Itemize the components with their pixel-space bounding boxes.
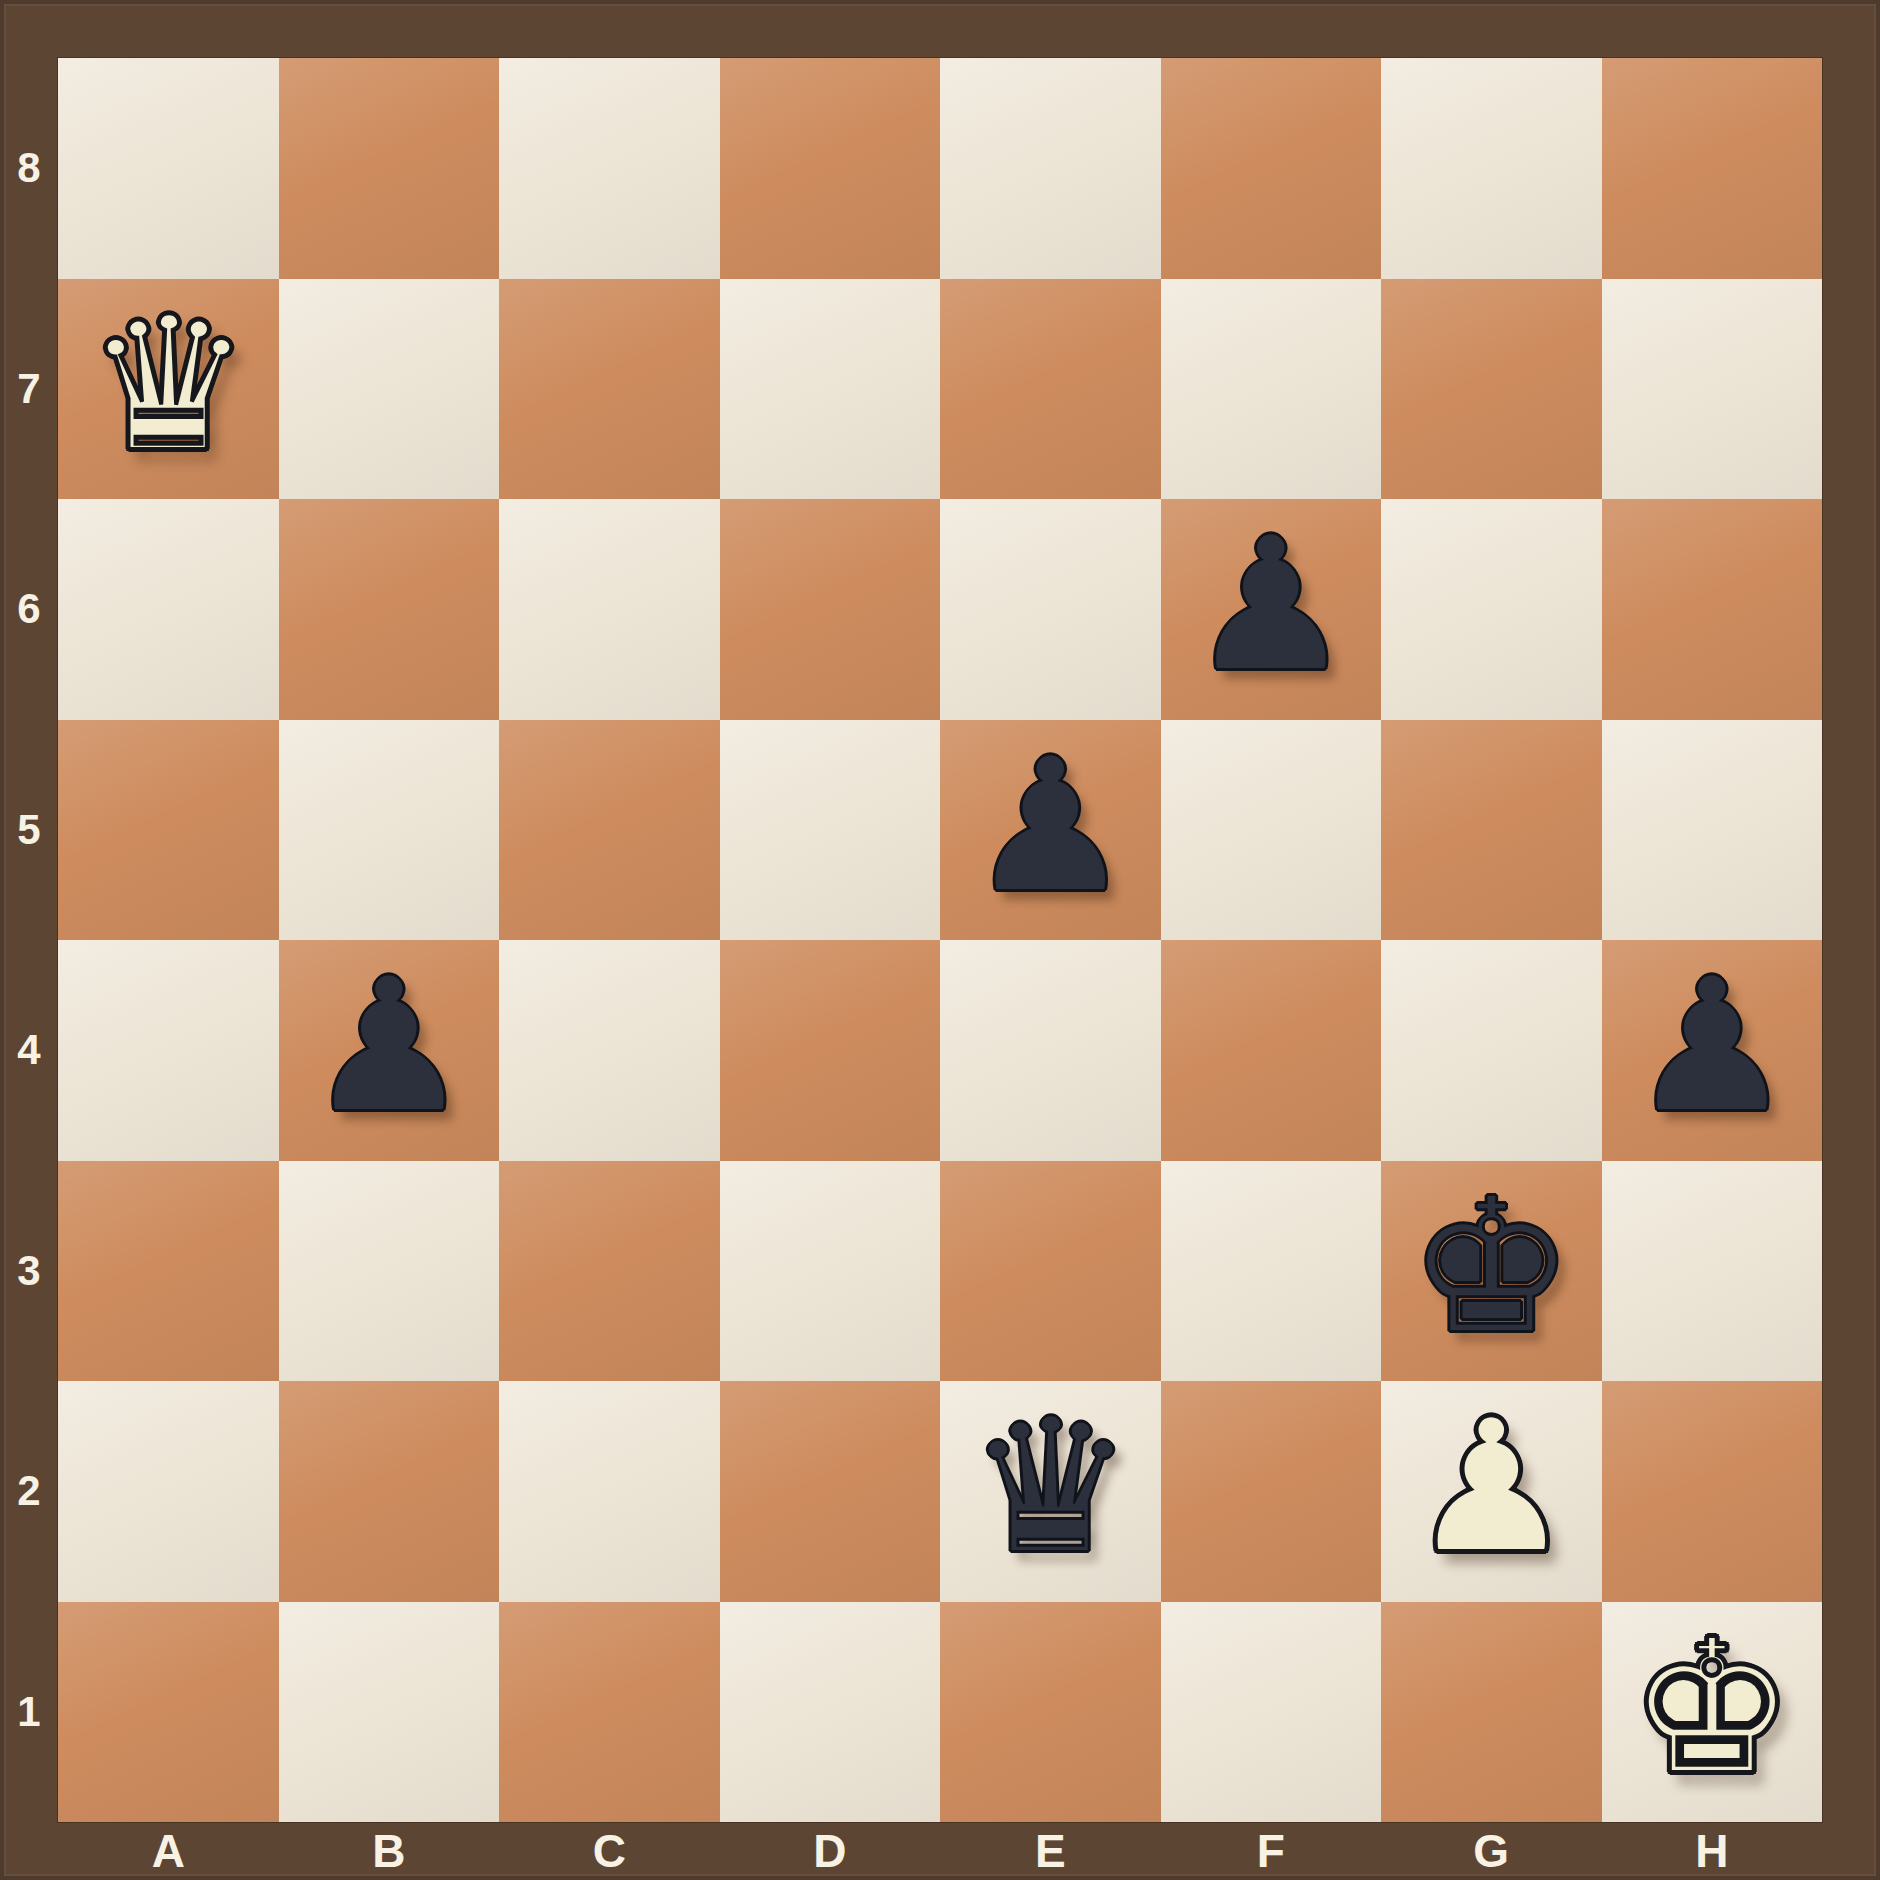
square-g2[interactable]: ♟	[1381, 1381, 1602, 1602]
square-c7[interactable]	[499, 279, 720, 500]
square-e4[interactable]	[940, 940, 1161, 1161]
chess-board: ♛♟♟♟♟♚♛♟♚	[58, 58, 1822, 1822]
white-queen[interactable]: ♛	[85, 292, 252, 478]
file-coordinates: ABCDEFGH	[58, 1822, 1822, 1880]
square-g1[interactable]	[1381, 1602, 1602, 1823]
square-a4[interactable]	[58, 940, 279, 1161]
black-queen[interactable]: ♛	[967, 1394, 1134, 1580]
rank-coordinates: 87654321	[0, 58, 58, 1822]
square-a8[interactable]	[58, 58, 279, 279]
square-a3[interactable]	[58, 1161, 279, 1382]
square-a2[interactable]	[58, 1381, 279, 1602]
square-f2[interactable]	[1161, 1381, 1382, 1602]
square-e2[interactable]: ♛	[940, 1381, 1161, 1602]
square-d8[interactable]	[720, 58, 941, 279]
square-h7[interactable]	[1602, 279, 1823, 500]
square-g7[interactable]	[1381, 279, 1602, 500]
square-h8[interactable]	[1602, 58, 1823, 279]
square-f7[interactable]	[1161, 279, 1382, 500]
square-d4[interactable]	[720, 940, 941, 1161]
square-a6[interactable]	[58, 499, 279, 720]
square-d1[interactable]	[720, 1602, 941, 1823]
square-b6[interactable]	[279, 499, 500, 720]
white-king[interactable]: ♚	[1628, 1615, 1795, 1801]
square-b1[interactable]	[279, 1602, 500, 1823]
square-b5[interactable]	[279, 720, 500, 941]
black-pawn[interactable]: ♟	[967, 733, 1134, 919]
square-f6[interactable]: ♟	[1161, 499, 1382, 720]
file-label-b: B	[279, 1822, 500, 1880]
rank-label-5: 5	[0, 720, 58, 941]
black-king[interactable]: ♚	[1408, 1174, 1575, 1360]
file-label-g: G	[1381, 1822, 1602, 1880]
square-e6[interactable]	[940, 499, 1161, 720]
square-e1[interactable]	[940, 1602, 1161, 1823]
square-d3[interactable]	[720, 1161, 941, 1382]
black-pawn[interactable]: ♟	[1187, 512, 1354, 698]
rank-label-3: 3	[0, 1161, 58, 1382]
rank-label-8: 8	[0, 58, 58, 279]
square-b4[interactable]: ♟	[279, 940, 500, 1161]
square-f8[interactable]	[1161, 58, 1382, 279]
rank-label-2: 2	[0, 1381, 58, 1602]
square-a7[interactable]: ♛	[58, 279, 279, 500]
black-pawn[interactable]: ♟	[305, 953, 472, 1139]
square-d5[interactable]	[720, 720, 941, 941]
file-label-d: D	[720, 1822, 941, 1880]
square-b3[interactable]	[279, 1161, 500, 1382]
square-c2[interactable]	[499, 1381, 720, 1602]
square-h3[interactable]	[1602, 1161, 1823, 1382]
square-c4[interactable]	[499, 940, 720, 1161]
square-c1[interactable]	[499, 1602, 720, 1823]
square-g4[interactable]	[1381, 940, 1602, 1161]
square-h4[interactable]: ♟	[1602, 940, 1823, 1161]
square-c3[interactable]	[499, 1161, 720, 1382]
file-label-c: C	[499, 1822, 720, 1880]
square-e5[interactable]: ♟	[940, 720, 1161, 941]
square-c6[interactable]	[499, 499, 720, 720]
square-d6[interactable]	[720, 499, 941, 720]
square-e8[interactable]	[940, 58, 1161, 279]
square-c5[interactable]	[499, 720, 720, 941]
square-f3[interactable]	[1161, 1161, 1382, 1382]
file-label-f: F	[1161, 1822, 1382, 1880]
rank-label-1: 1	[0, 1602, 58, 1823]
square-a1[interactable]	[58, 1602, 279, 1823]
square-e7[interactable]	[940, 279, 1161, 500]
square-c8[interactable]	[499, 58, 720, 279]
file-label-a: A	[58, 1822, 279, 1880]
square-h2[interactable]	[1602, 1381, 1823, 1602]
square-a5[interactable]	[58, 720, 279, 941]
square-g3[interactable]: ♚	[1381, 1161, 1602, 1382]
square-d7[interactable]	[720, 279, 941, 500]
file-label-e: E	[940, 1822, 1161, 1880]
square-h1[interactable]: ♚	[1602, 1602, 1823, 1823]
white-pawn[interactable]: ♟	[1408, 1394, 1575, 1580]
square-f4[interactable]	[1161, 940, 1382, 1161]
square-f5[interactable]	[1161, 720, 1382, 941]
rank-label-6: 6	[0, 499, 58, 720]
square-d2[interactable]	[720, 1381, 941, 1602]
square-g5[interactable]	[1381, 720, 1602, 941]
rank-label-7: 7	[0, 279, 58, 500]
chess-board-frame: ♛♟♟♟♟♚♛♟♚ 87654321 ABCDEFGH	[0, 0, 1880, 1880]
square-g6[interactable]	[1381, 499, 1602, 720]
rank-label-4: 4	[0, 940, 58, 1161]
square-f1[interactable]	[1161, 1602, 1382, 1823]
square-g8[interactable]	[1381, 58, 1602, 279]
square-e3[interactable]	[940, 1161, 1161, 1382]
square-h6[interactable]	[1602, 499, 1823, 720]
square-h5[interactable]	[1602, 720, 1823, 941]
square-b8[interactable]	[279, 58, 500, 279]
file-label-h: H	[1602, 1822, 1823, 1880]
square-b7[interactable]	[279, 279, 500, 500]
square-b2[interactable]	[279, 1381, 500, 1602]
black-pawn[interactable]: ♟	[1628, 953, 1795, 1139]
